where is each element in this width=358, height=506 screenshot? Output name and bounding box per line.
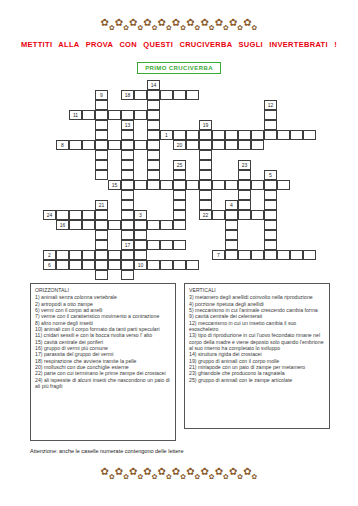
flower-icon: ✿	[172, 18, 180, 28]
flower-icon: ✿	[195, 473, 201, 480]
grid-cell[interactable]	[277, 250, 290, 260]
grid-cell[interactable]	[251, 250, 264, 260]
grid-cell[interactable]	[238, 140, 251, 150]
grid-cell[interactable]	[121, 190, 134, 200]
flower-icon: ✿	[209, 24, 215, 31]
grid-cell[interactable]	[134, 220, 147, 230]
grid-cell[interactable]	[95, 270, 108, 280]
grid-cell[interactable]	[303, 130, 316, 140]
grid-cell[interactable]	[277, 180, 290, 190]
grid-cell[interactable]	[225, 210, 238, 220]
grid-cell[interactable]	[56, 260, 69, 270]
flower-icon: ✿	[166, 24, 172, 31]
grid-cell[interactable]	[147, 130, 160, 140]
grid-cell[interactable]	[199, 140, 212, 150]
flower-icon: ✿	[237, 24, 243, 31]
flower-icon: ✿	[195, 24, 201, 31]
grid-cell[interactable]	[95, 250, 108, 260]
grid-cell[interactable]: 7	[212, 250, 225, 260]
grid-cell[interactable]	[264, 120, 277, 130]
flower-icon: ✿	[186, 467, 194, 477]
grid-cell[interactable]	[108, 110, 121, 120]
crossword-grid: 1491812111319182025235152142432216172761…	[43, 80, 316, 280]
cell-number: 12	[268, 103, 274, 108]
grid-cell[interactable]	[147, 220, 160, 230]
cell-number: 25	[177, 163, 183, 168]
grid-cell[interactable]	[121, 170, 134, 180]
down-clues-box: VERTICALI 3) metamero degli anellidi coi…	[184, 283, 330, 429]
grid-cell[interactable]	[82, 250, 95, 260]
clue-item: 7) verme con il caratteristico movimento…	[35, 313, 171, 319]
grid-cell[interactable]	[95, 160, 108, 170]
grid-cell[interactable]	[121, 130, 134, 140]
flower-icon: ✿	[209, 473, 215, 480]
grid-cell[interactable]	[95, 220, 108, 230]
cell-number: 5	[269, 173, 272, 178]
flower-icon: ✿	[215, 18, 223, 28]
grid-cell[interactable]	[251, 140, 264, 150]
grid-cell[interactable]	[121, 150, 134, 160]
flower-icon: ✿	[158, 18, 166, 28]
grid-cell[interactable]	[225, 240, 238, 250]
grid-cell[interactable]	[121, 160, 134, 170]
grid-cell[interactable]	[108, 250, 121, 260]
flower-icon: ✿	[129, 18, 137, 28]
flower-icon: ✿	[252, 473, 258, 480]
grid-cell[interactable]	[173, 200, 186, 210]
grid-cell[interactable]	[69, 260, 82, 270]
flower-icon: ✿	[243, 467, 251, 477]
flower-icon: ✿	[158, 467, 166, 477]
grid-cell[interactable]	[95, 140, 108, 150]
cell-number: 24	[47, 213, 53, 218]
flower-icon: ✿	[215, 467, 223, 477]
cell-number: 14	[151, 83, 157, 88]
flower-icon: ✿	[223, 24, 229, 31]
across-clues-list: 1) animali senza colonna vertebrale2) ar…	[35, 294, 171, 389]
grid-cell[interactable]	[225, 130, 238, 140]
cell-number: 17	[125, 243, 131, 248]
flower-icon: ✿	[115, 18, 123, 28]
grid-cell[interactable]: 10	[134, 260, 147, 270]
cell-number: 23	[242, 163, 248, 168]
grid-cell[interactable]	[199, 200, 212, 210]
flower-icon: ✿	[223, 473, 229, 480]
flower-icon: ✿	[180, 24, 186, 31]
cell-number: 2	[48, 253, 51, 258]
flower-icon: ✿	[137, 473, 143, 480]
across-clues-box: ORIZZONTALI 1) animali senza colonna ver…	[30, 283, 176, 441]
decorative-border-bottom: ✿✿✿✿✿✿✿✿✿✿✿✿✿✿✿✿✿✿✿✿✿✿	[0, 461, 358, 479]
grid-cell[interactable]: 4	[225, 200, 238, 210]
cell-number: 1	[165, 133, 168, 138]
grid-cell[interactable]	[82, 260, 95, 270]
grid-cell[interactable]: 3	[134, 210, 147, 220]
worksheet-page: ✿✿✿✿✿✿✿✿✿✿✿✿✿✿✿✿✿✿✿✿✿✿ METTITI ALLA PROV…	[0, 0, 358, 506]
grid-cell[interactable]	[173, 220, 186, 230]
grid-cell[interactable]	[108, 260, 121, 270]
grid-cell[interactable]	[121, 110, 134, 120]
grid-cell[interactable]: 16	[56, 220, 69, 230]
grid-cell[interactable]	[264, 220, 277, 230]
grid-cell[interactable]	[238, 170, 251, 180]
clue-item: 24) ali ispessite di alcuni insetti che …	[35, 377, 171, 390]
subtitle-wrap: PRIMO CRUCIVERBA	[0, 56, 358, 74]
down-clues-list: 3) metamero degli anellidi coinvolto nel…	[189, 294, 325, 383]
flower-icon: ✿	[143, 18, 151, 28]
grid-cell[interactable]	[147, 120, 160, 130]
grid-cell[interactable]	[147, 100, 160, 110]
grid-cell[interactable]	[82, 110, 95, 120]
grid-cell[interactable]: 21	[95, 200, 108, 210]
grid-cell[interactable]	[56, 210, 69, 220]
cell-number: 4	[230, 203, 233, 208]
grid-cell[interactable]	[121, 270, 134, 280]
clue-item: 11) cnidari sessili e con la bocca rivol…	[35, 332, 171, 338]
grid-cell[interactable]	[160, 240, 173, 250]
grid-cell[interactable]	[121, 220, 134, 230]
grid-cell[interactable]	[56, 250, 69, 260]
grid-cell[interactable]	[69, 250, 82, 260]
grid-cell[interactable]: 13	[121, 120, 134, 130]
grid-cell[interactable]	[186, 180, 199, 190]
grid-cell[interactable]	[95, 120, 108, 130]
cell-number: 13	[125, 123, 131, 128]
grid-cell[interactable]: 8	[56, 140, 69, 150]
cell-number: 3	[139, 213, 142, 218]
grid-cell[interactable]	[147, 260, 160, 270]
grid-cell[interactable]	[173, 240, 186, 250]
grid-cell[interactable]	[134, 90, 147, 100]
puzzle-label: PRIMO CRUCIVERBA	[137, 62, 221, 74]
grid-cell[interactable]	[199, 150, 212, 160]
grid-cell[interactable]	[147, 240, 160, 250]
cell-number: 15	[112, 183, 118, 188]
page-title: METTITI ALLA PROVA CON QUESTI CRUCIVERBA…	[0, 40, 358, 49]
flower-icon: ✿	[180, 473, 186, 480]
flower-icon: ✿	[143, 467, 151, 477]
grid-cell[interactable]	[69, 140, 82, 150]
grid-cell[interactable]	[173, 190, 186, 200]
grid-cell[interactable]	[160, 180, 173, 190]
grid-cell[interactable]	[82, 140, 95, 150]
grid-cell[interactable]	[147, 170, 160, 180]
grid-cell[interactable]: 11	[69, 110, 82, 120]
grid-cell[interactable]	[147, 180, 160, 190]
grid-cell[interactable]	[303, 250, 316, 260]
flower-icon: ✿	[101, 467, 109, 477]
grid-cell[interactable]	[225, 140, 238, 150]
grid-cell[interactable]	[199, 190, 212, 200]
flower-icon: ✿	[152, 24, 158, 31]
grid-cell[interactable]	[95, 110, 108, 120]
flower-icon: ✿	[172, 467, 180, 477]
flower-icon: ✿	[229, 467, 237, 477]
grid-cell[interactable]	[212, 130, 225, 140]
grid-cell[interactable]	[173, 260, 186, 270]
decorative-border-top: ✿✿✿✿✿✿✿✿✿✿✿✿✿✿✿✿✿✿✿✿✿✿	[0, 12, 358, 30]
clue-item: 3) metamero degli anellidi coinvolto nel…	[189, 294, 325, 300]
grid-cell[interactable]	[121, 180, 134, 190]
grid-cell[interactable]	[173, 130, 186, 140]
grid-cell[interactable]	[212, 140, 225, 150]
grid-cell[interactable]	[199, 160, 212, 170]
flower-icon: ✿	[109, 473, 115, 480]
across-header: ORIZZONTALI	[35, 287, 171, 293]
grid-cell[interactable]	[173, 180, 186, 190]
cell-number: 22	[203, 213, 209, 218]
flower-icon: ✿	[200, 18, 208, 28]
grid-cell[interactable]	[134, 180, 147, 190]
grid-cell[interactable]	[173, 90, 186, 100]
grid-cell[interactable]	[147, 140, 160, 150]
grid-cell[interactable]	[225, 220, 238, 230]
grid-cell[interactable]	[264, 200, 277, 210]
cell-number: 7	[217, 253, 220, 258]
grid-cell[interactable]	[160, 260, 173, 270]
grid-cell[interactable]: 20	[173, 140, 186, 150]
grid-cell[interactable]	[199, 170, 212, 180]
grid-cell[interactable]	[199, 180, 212, 190]
grid-cell[interactable]	[95, 240, 108, 250]
grid-cell[interactable]	[69, 210, 82, 220]
flower-icon: ✿	[109, 24, 115, 31]
grid-cell[interactable]	[238, 180, 251, 190]
grid-cell[interactable]	[160, 220, 173, 230]
grid-cell[interactable]: 14	[147, 80, 160, 90]
grid-cell[interactable]	[160, 90, 173, 100]
grid-cell[interactable]	[134, 230, 147, 240]
grid-cell[interactable]	[186, 260, 199, 270]
grid-cell[interactable]	[82, 210, 95, 220]
grid-cell[interactable]	[238, 210, 251, 220]
flower-icon: ✿	[200, 467, 208, 477]
grid-cell[interactable]	[186, 130, 199, 140]
grid-cell[interactable]	[225, 180, 238, 190]
grid-cell[interactable]: 22	[199, 210, 212, 220]
clue-item: 12) meccanismo in cui un insetto cambia …	[189, 320, 325, 333]
grid-cell[interactable]	[186, 90, 199, 100]
grid-cell[interactable]: 19	[199, 120, 212, 130]
clue-item: 25) gruppo di animali con le zampe artic…	[189, 377, 325, 383]
flower-icon: ✿	[252, 24, 258, 31]
grid-cell[interactable]	[238, 130, 251, 140]
grid-cell[interactable]	[108, 140, 121, 150]
grid-cell[interactable]	[134, 250, 147, 260]
grid-cell[interactable]	[251, 130, 264, 140]
grid-cell[interactable]: 23	[238, 160, 251, 170]
grid-cell[interactable]	[264, 130, 277, 140]
grid-cell[interactable]: 1	[160, 130, 173, 140]
grid-cell[interactable]	[238, 250, 251, 260]
grid-cell[interactable]	[95, 170, 108, 180]
grid-cell[interactable]	[121, 250, 134, 260]
grid-cell[interactable]	[134, 140, 147, 150]
grid-cell[interactable]: 18	[121, 90, 134, 100]
grid-cell[interactable]	[121, 210, 134, 220]
flower-icon: ✿	[129, 467, 137, 477]
grid-cell[interactable]	[95, 150, 108, 160]
cell-number: 6	[48, 263, 51, 268]
grid-cell[interactable]	[238, 190, 251, 200]
grid-cell[interactable]: 15	[108, 180, 121, 190]
grid-cell[interactable]	[134, 110, 147, 120]
grid-cell[interactable]	[95, 230, 108, 240]
cell-number: 19	[203, 123, 209, 128]
grid-cell[interactable]	[290, 250, 303, 260]
flower-icon: ✿	[123, 473, 129, 480]
grid-cell[interactable]	[199, 130, 212, 140]
grid-cell[interactable]	[95, 100, 108, 110]
flower-icon: ✿	[101, 18, 109, 28]
grid-cell[interactable]	[264, 190, 277, 200]
grid-cell[interactable]	[95, 260, 108, 270]
grid-cell[interactable]	[212, 180, 225, 190]
flower-icon: ✿	[137, 24, 143, 31]
grid-cell[interactable]	[264, 180, 277, 190]
grid-cell[interactable]	[121, 260, 134, 270]
grid-cell[interactable]	[147, 90, 160, 100]
flower-icon: ✿	[229, 18, 237, 28]
grid-cell[interactable]	[277, 130, 290, 140]
grid-cell[interactable]	[251, 210, 264, 220]
clue-item: 13) tipo di riproduzione in cui l'uovo f…	[189, 332, 325, 351]
grid-cell[interactable]: 2	[43, 250, 56, 260]
grid-cell[interactable]	[212, 210, 225, 220]
flower-icon: ✿	[166, 473, 172, 480]
grid-cell[interactable]	[121, 230, 134, 240]
grid-cell[interactable]: 25	[173, 160, 186, 170]
grid-cell[interactable]	[251, 180, 264, 190]
grid-cell[interactable]	[264, 210, 277, 220]
flower-icon: ✿	[237, 473, 243, 480]
grid-cell[interactable]	[225, 230, 238, 240]
grid-cell[interactable]	[173, 170, 186, 180]
grid-cell[interactable]	[264, 230, 277, 240]
cell-number: 11	[73, 113, 78, 118]
grid-cell[interactable]	[173, 210, 186, 220]
cell-number: 16	[60, 223, 66, 228]
grid-cell[interactable]	[121, 200, 134, 210]
grid-cell[interactable]	[95, 210, 108, 220]
cell-number: 21	[99, 203, 105, 208]
flower-icon: ✿	[152, 473, 158, 480]
grid-cell[interactable]	[225, 250, 238, 260]
grid-cell[interactable]	[186, 140, 199, 150]
grid-cell[interactable]	[147, 110, 160, 120]
cell-number: 20	[177, 143, 183, 148]
grid-cell[interactable]	[121, 140, 134, 150]
clue-item: 22) parte con cui terminano le prime zam…	[35, 370, 171, 376]
flower-icon: ✿	[115, 467, 123, 477]
grid-cell[interactable]: 9	[95, 90, 108, 100]
grid-cell[interactable]	[108, 220, 121, 230]
grid-cell[interactable]	[264, 240, 277, 250]
cell-number: 8	[61, 143, 64, 148]
grid-cell[interactable]: 24	[43, 210, 56, 220]
grid-cell[interactable]	[264, 110, 277, 120]
grid-cell[interactable]	[147, 160, 160, 170]
footnote: Attenzione: anche le caselle numerate co…	[30, 448, 330, 454]
grid-cell[interactable]	[82, 220, 95, 230]
flower-icon: ✿	[243, 18, 251, 28]
grid-cell[interactable]: 6	[43, 260, 56, 270]
down-header: VERTICALI	[189, 287, 325, 293]
grid-cell[interactable]: 17	[121, 240, 134, 250]
grid-cell[interactable]	[147, 150, 160, 160]
grid-cell[interactable]	[69, 220, 82, 230]
grid-cell[interactable]	[290, 130, 303, 140]
grid-cell[interactable]	[238, 200, 251, 210]
cell-number: 10	[138, 263, 144, 268]
grid-cell[interactable]	[264, 250, 277, 260]
cell-number: 18	[125, 93, 131, 98]
grid-cell[interactable]	[95, 130, 108, 140]
cell-number: 9	[100, 93, 103, 98]
flower-icon: ✿	[186, 18, 194, 28]
grid-cell[interactable]	[134, 240, 147, 250]
flower-icon: ✿	[123, 24, 129, 31]
grid-cell[interactable]: 5	[264, 170, 277, 180]
grid-cell[interactable]: 12	[264, 100, 277, 110]
